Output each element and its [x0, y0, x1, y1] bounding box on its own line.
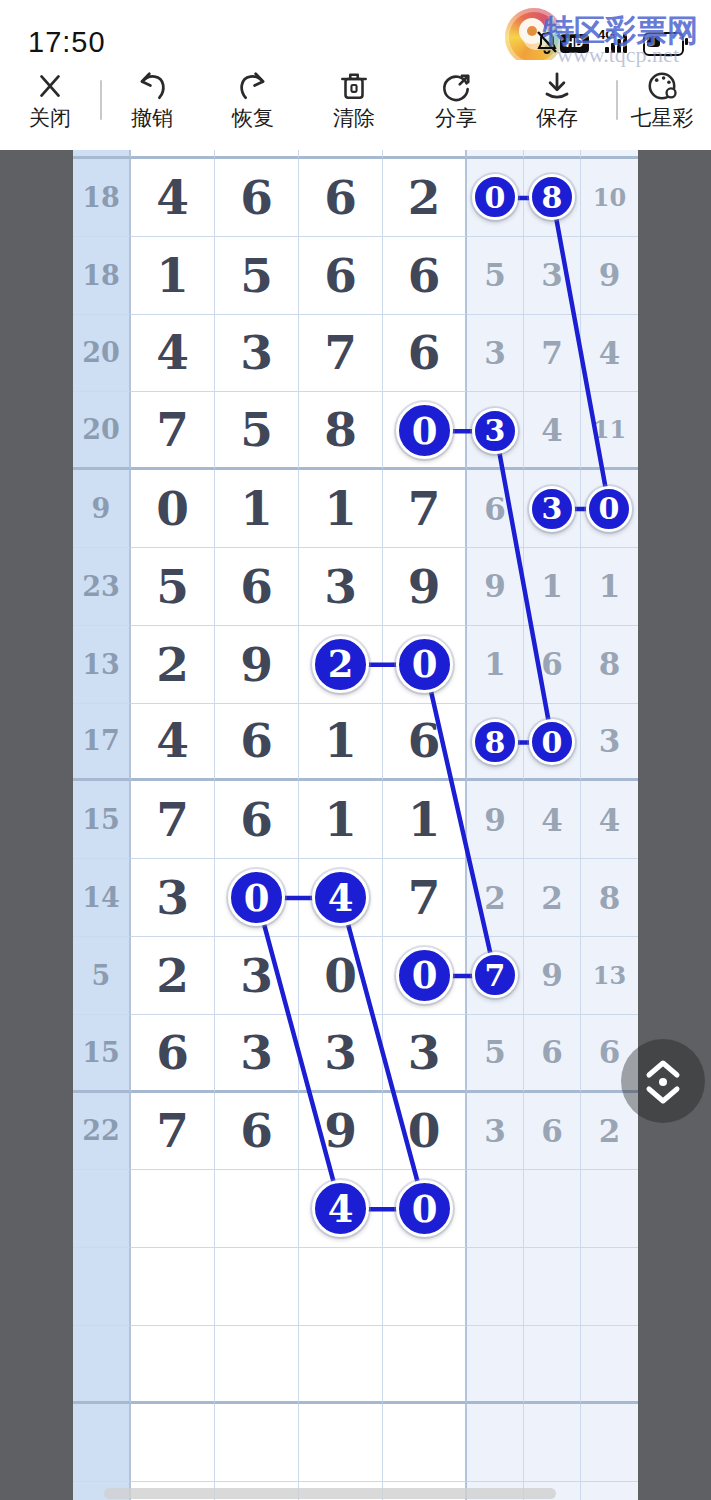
grid-cell[interactable]: 6 [131, 1015, 215, 1093]
grid-cell[interactable]: 7 [131, 781, 215, 859]
clear-button[interactable]: 清除 [308, 66, 400, 150]
grid-cell[interactable] [524, 1248, 581, 1326]
grid-cell[interactable] [215, 1326, 299, 1404]
grid-cell[interactable]: 6 [524, 626, 581, 704]
row-label-cell: 13 [73, 626, 131, 704]
circle-marker[interactable]: 0 [529, 719, 575, 765]
grid-cell[interactable]: 5 [467, 1015, 524, 1093]
grid-cell[interactable]: 2 [131, 937, 215, 1015]
grid-cell[interactable] [524, 1326, 581, 1404]
grid-cell[interactable]: 9 [524, 937, 581, 1015]
grid-cell[interactable]: 0 [383, 1093, 467, 1171]
grid-cell[interactable]: 3 [215, 1015, 299, 1093]
grid-cell[interactable]: 1 [467, 626, 524, 704]
grid-cell[interactable]: 7 [299, 315, 383, 393]
row-label-cell [73, 1326, 131, 1404]
grid-cell [467, 150, 524, 159]
grid-cell[interactable]: 5 [215, 392, 299, 470]
grid-cell[interactable] [467, 1170, 524, 1248]
grid-cell [524, 150, 581, 159]
row-label-cell [73, 150, 131, 159]
grid-cell[interactable]: 11 [581, 392, 638, 470]
grid-cell[interactable]: 1 [299, 704, 383, 782]
share-button[interactable]: 分享 [410, 66, 502, 150]
grid-cell[interactable] [581, 1326, 638, 1404]
grid-cell[interactable] [131, 1404, 215, 1482]
redo-button[interactable]: 恢复 [207, 66, 299, 150]
grid-cell[interactable]: 4 [581, 781, 638, 859]
row-label-cell: 18 [73, 159, 131, 237]
grid-cell[interactable]: 1 [524, 548, 581, 626]
trash-icon [337, 68, 371, 104]
bell-muted-icon [534, 29, 560, 55]
grid-cell[interactable] [581, 1248, 638, 1326]
grid-cell [581, 1482, 638, 1500]
grid-cell[interactable]: 0 [131, 470, 215, 548]
grid-cell[interactable]: 7 [383, 859, 467, 937]
grid-cell[interactable]: 1 [581, 548, 638, 626]
circle-marker[interactable]: 2 [312, 636, 369, 693]
grid-cell[interactable]: 5 [467, 237, 524, 315]
trend-chart-area: 1846621018156653920437637420758411901176… [0, 150, 711, 1500]
row-label-cell: 18 [73, 237, 131, 315]
grid-cell[interactable]: 3 [467, 315, 524, 393]
grid-cell[interactable]: 7 [383, 470, 467, 548]
circle-marker[interactable]: 0 [396, 636, 453, 693]
grid-cell[interactable] [467, 1248, 524, 1326]
grid-cell[interactable] [581, 1404, 638, 1482]
circle-marker[interactable]: 0 [586, 486, 632, 532]
row-label-cell [73, 1404, 131, 1482]
grid-cell[interactable]: 0 [299, 937, 383, 1015]
circle-marker[interactable]: 3 [472, 408, 518, 454]
grid-cell[interactable]: 6 [215, 781, 299, 859]
trend-table: 1846621018156653920437637420758411901176… [73, 150, 638, 1500]
grid-cell[interactable]: 2 [467, 859, 524, 937]
horizontal-scrollbar-thumb[interactable] [104, 1488, 556, 1499]
dot-icon [659, 1078, 667, 1086]
grid-cell[interactable] [131, 1248, 215, 1326]
grid-cell[interactable] [215, 1404, 299, 1482]
grid-cell[interactable]: 6 [215, 704, 299, 782]
circle-marker[interactable]: 0 [396, 1180, 453, 1237]
grid-cell[interactable]: 2 [383, 159, 467, 237]
grid-cell[interactable]: 6 [383, 237, 467, 315]
grid-cell[interactable]: 3 [467, 1093, 524, 1171]
grid-cell[interactable]: 7 [524, 315, 581, 393]
row-label-cell: 22 [73, 1093, 131, 1171]
grid-cell[interactable] [467, 1404, 524, 1482]
grid-cell[interactable]: 5 [215, 237, 299, 315]
row-label-cell: 15 [73, 781, 131, 859]
grid-cell[interactable]: 1 [299, 781, 383, 859]
grid-cell[interactable]: 6 [299, 237, 383, 315]
grid-cell[interactable]: 4 [524, 392, 581, 470]
grid-cell[interactable]: 9 [215, 626, 299, 704]
grid-cell[interactable]: 6 [215, 548, 299, 626]
grid-cell[interactable] [524, 1170, 581, 1248]
row-label-cell: 20 [73, 392, 131, 470]
redo-icon [236, 68, 270, 104]
toolbar: 关闭 撤销 恢复 清除 分享 保存 七星彩 [0, 60, 711, 150]
circle-marker[interactable]: 3 [529, 486, 575, 532]
grid-cell[interactable]: 6 [467, 470, 524, 548]
grid-cell[interactable]: 4 [131, 704, 215, 782]
row-label-cell [73, 1170, 131, 1248]
circle-marker[interactable]: 0 [228, 869, 285, 926]
undo-button[interactable]: 撤销 [106, 66, 198, 150]
grid-cell[interactable] [581, 1170, 638, 1248]
grid-cell[interactable]: 2 [131, 626, 215, 704]
row-label-cell: 17 [73, 704, 131, 782]
grid-cell[interactable]: 9 [299, 1093, 383, 1171]
battery-icon [643, 32, 684, 56]
chevron-up-icon [649, 1063, 677, 1075]
chevron-down-icon [649, 1089, 677, 1101]
grid-cell[interactable]: 1 [131, 237, 215, 315]
grid-cell[interactable] [131, 1170, 215, 1248]
circle-marker[interactable]: 8 [472, 719, 518, 765]
grid-cell[interactable]: 4 [581, 315, 638, 393]
grid-cell[interactable]: 9 [383, 548, 467, 626]
status-bar: 17:50 HD 4G 特区彩票网 www.tqcp.net [0, 0, 711, 60]
row-label-cell: 14 [73, 859, 131, 937]
grid-cell [299, 150, 383, 159]
grid-cell[interactable]: 8 [581, 859, 638, 937]
grid-cell[interactable]: 9 [467, 781, 524, 859]
circle-marker[interactable]: 0 [396, 947, 453, 1004]
toolbar-divider [100, 80, 102, 120]
row-label-cell: 20 [73, 315, 131, 393]
game-select-button[interactable]: 七星彩 [616, 66, 708, 150]
grid-cell[interactable]: 6 [524, 1093, 581, 1171]
row-label-cell [73, 1248, 131, 1326]
save-button[interactable]: 保存 [511, 66, 603, 150]
grid-cell[interactable]: 3 [524, 237, 581, 315]
grid-cell[interactable]: 1 [215, 470, 299, 548]
grid-cell[interactable] [131, 1326, 215, 1404]
grid-cell[interactable]: 1 [383, 781, 467, 859]
grid-cell [131, 150, 215, 159]
circle-marker[interactable]: 0 [396, 402, 453, 459]
close-icon [33, 68, 67, 104]
row-label-cell: 9 [73, 470, 131, 548]
clock: 17:50 [28, 26, 106, 59]
grid-cell[interactable]: 9 [581, 237, 638, 315]
circle-marker[interactable]: 4 [312, 1180, 369, 1237]
grid-cell[interactable] [215, 1170, 299, 1248]
signal-bars-icon [605, 33, 631, 53]
hd-badge: HD [560, 34, 589, 53]
grid-cell[interactable]: 5 [131, 548, 215, 626]
grid-cell[interactable]: 4 [131, 315, 215, 393]
grid-cell[interactable]: 3 [215, 937, 299, 1015]
grid-cell[interactable] [524, 1404, 581, 1482]
scroll-up-down-button[interactable] [621, 1039, 705, 1123]
grid-cell[interactable]: 7 [131, 392, 215, 470]
grid-cell [383, 150, 467, 159]
row-label-cell: 23 [73, 548, 131, 626]
circle-marker[interactable]: 4 [312, 869, 369, 926]
palette-icon [645, 68, 679, 104]
grid-cell[interactable]: 7 [131, 1093, 215, 1171]
grid-cell[interactable]: 3 [581, 704, 638, 782]
grid-cell[interactable]: 10 [581, 159, 638, 237]
grid-cell[interactable]: 8 [299, 392, 383, 470]
grid-cell[interactable]: 6 [383, 704, 467, 782]
download-icon [540, 68, 574, 104]
undo-icon [135, 68, 169, 104]
grid-cell[interactable] [299, 1248, 383, 1326]
grid-cell[interactable]: 6 [524, 1015, 581, 1093]
grid-cell[interactable]: 6 [383, 315, 467, 393]
grid-cell[interactable]: 3 [215, 315, 299, 393]
grid-cell[interactable]: 1 [299, 470, 383, 548]
grid-cell[interactable] [215, 1248, 299, 1326]
grid-cell[interactable]: 3 [131, 859, 215, 937]
grid-cell[interactable] [467, 1326, 524, 1404]
grid-cell[interactable]: 8 [581, 626, 638, 704]
grid-cell[interactable]: 13 [581, 937, 638, 1015]
grid-cell [581, 150, 638, 159]
close-button[interactable]: 关闭 [4, 66, 96, 150]
grid-cell[interactable]: 3 [299, 1015, 383, 1093]
grid-cell[interactable]: 3 [299, 548, 383, 626]
row-label-cell: 15 [73, 1015, 131, 1093]
app-screen: 17:50 HD 4G 特区彩票网 www.tqcp.net 关闭 撤销 恢复 [0, 0, 711, 1500]
row-label-cell: 5 [73, 937, 131, 1015]
grid-cell[interactable] [383, 1248, 467, 1326]
grid-cell[interactable]: 3 [383, 1015, 467, 1093]
grid-cell[interactable] [299, 1404, 383, 1482]
grid-cell[interactable]: 4 [131, 159, 215, 237]
share-icon [439, 68, 473, 104]
grid-cell [215, 150, 299, 159]
grid-cell[interactable] [383, 1404, 467, 1482]
grid-cell[interactable]: 9 [467, 548, 524, 626]
grid-cell[interactable]: 6 [299, 159, 383, 237]
grid-cell[interactable]: 6 [215, 1093, 299, 1171]
grid-cell[interactable]: 2 [524, 859, 581, 937]
grid-cell[interactable] [299, 1326, 383, 1404]
grid-cell[interactable]: 6 [215, 159, 299, 237]
grid-cell[interactable]: 4 [524, 781, 581, 859]
grid-cell[interactable] [383, 1326, 467, 1404]
